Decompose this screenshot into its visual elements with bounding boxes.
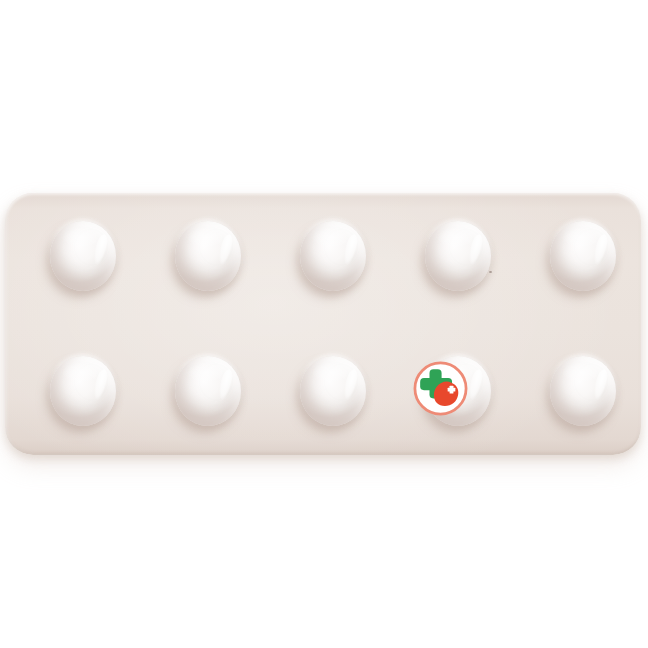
photo-scene	[0, 0, 648, 648]
pill-blister	[550, 221, 616, 291]
dust-speck	[489, 271, 492, 273]
pill-blister	[300, 221, 366, 291]
pill-blister	[300, 356, 366, 426]
pill-blister	[175, 356, 241, 426]
pill-blister	[425, 221, 491, 291]
pill-blister	[50, 221, 116, 291]
pharmacy-cross-icon	[413, 361, 468, 416]
pill-blister	[175, 221, 241, 291]
blister-pack	[5, 193, 641, 455]
pill-blister	[50, 356, 116, 426]
pill-blister	[550, 356, 616, 426]
